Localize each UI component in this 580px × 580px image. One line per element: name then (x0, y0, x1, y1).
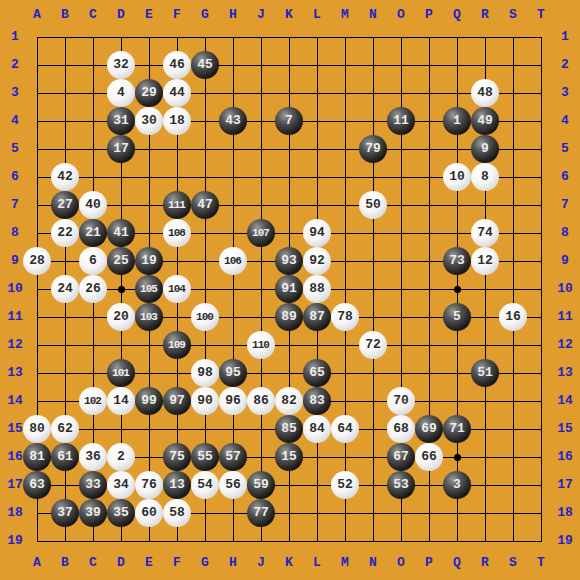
stone-white-16-S11[interactable]: 16 (499, 303, 527, 331)
col-label-top-F: F (163, 8, 191, 22)
row-label-right-7: 7 (551, 198, 579, 212)
stone-white-18-F4[interactable]: 18 (163, 107, 191, 135)
stone-white-42-B6[interactable]: 42 (51, 163, 79, 191)
stone-white-80-A15[interactable]: 80 (23, 415, 51, 443)
stone-black-79-N5[interactable]: 79 (359, 135, 387, 163)
stone-white-22-B8[interactable]: 22 (51, 219, 79, 247)
stone-white-66-P16[interactable]: 66 (415, 443, 443, 471)
stone-black-25-D9[interactable]: 25 (107, 247, 135, 275)
row-label-left-6: 6 (1, 170, 29, 184)
grid-vline-S (513, 37, 514, 542)
col-label-top-D: D (107, 8, 135, 22)
stone-black-55-G16[interactable]: 55 (191, 443, 219, 471)
col-label-top-A: A (23, 8, 51, 22)
row-label-right-6: 6 (551, 170, 579, 184)
star-point-D10 (118, 286, 125, 293)
stone-white-30-E4[interactable]: 30 (135, 107, 163, 135)
col-label-bottom-A: A (23, 556, 51, 570)
stone-black-95-H13[interactable]: 95 (219, 359, 247, 387)
col-label-top-B: B (51, 8, 79, 22)
stone-black-81-A16[interactable]: 81 (23, 443, 51, 471)
col-label-top-E: E (135, 8, 163, 22)
stone-white-68-O15[interactable]: 68 (387, 415, 415, 443)
row-label-right-15: 15 (551, 422, 579, 436)
stone-white-32-D2[interactable]: 32 (107, 51, 135, 79)
row-label-right-3: 3 (551, 86, 579, 100)
stone-black-27-B7[interactable]: 27 (51, 191, 79, 219)
stone-white-64-M15[interactable]: 64 (331, 415, 359, 443)
stone-black-13-F17[interactable]: 13 (163, 471, 191, 499)
stone-black-59-J17[interactable]: 59 (247, 471, 275, 499)
row-label-right-11: 11 (551, 310, 579, 324)
stone-white-20-D11[interactable]: 20 (107, 303, 135, 331)
stone-white-62-B15[interactable]: 62 (51, 415, 79, 443)
stone-white-98-G13[interactable]: 98 (191, 359, 219, 387)
col-label-top-R: R (471, 8, 499, 22)
stone-white-50-N7[interactable]: 50 (359, 191, 387, 219)
stone-black-107-J8[interactable]: 107 (247, 219, 275, 247)
stone-black-99-E14[interactable]: 99 (135, 387, 163, 415)
stone-white-92-L9[interactable]: 92 (303, 247, 331, 275)
row-label-left-4: 4 (1, 114, 29, 128)
col-label-bottom-M: M (331, 556, 359, 570)
stone-black-65-L13[interactable]: 65 (303, 359, 331, 387)
stone-white-82-K14[interactable]: 82 (275, 387, 303, 415)
stone-black-93-K9[interactable]: 93 (275, 247, 303, 275)
stone-black-5-Q11[interactable]: 5 (443, 303, 471, 331)
col-label-bottom-D: D (107, 556, 135, 570)
stone-white-90-G14[interactable]: 90 (191, 387, 219, 415)
row-label-left-14: 14 (1, 394, 29, 408)
row-label-right-4: 4 (551, 114, 579, 128)
stone-white-40-C7[interactable]: 40 (79, 191, 107, 219)
stone-white-36-C16[interactable]: 36 (79, 443, 107, 471)
stone-black-7-K4[interactable]: 7 (275, 107, 303, 135)
stone-black-31-D4[interactable]: 31 (107, 107, 135, 135)
col-label-bottom-T: T (527, 556, 555, 570)
stone-white-28-A9[interactable]: 28 (23, 247, 51, 275)
row-label-left-18: 18 (1, 506, 29, 520)
stone-black-111-F7[interactable]: 111 (163, 191, 191, 219)
col-label-bottom-P: P (415, 556, 443, 570)
stone-white-2-D16[interactable]: 2 (107, 443, 135, 471)
stone-black-37-B18[interactable]: 37 (51, 499, 79, 527)
row-label-left-3: 3 (1, 86, 29, 100)
col-label-top-L: L (303, 8, 331, 22)
row-label-left-12: 12 (1, 338, 29, 352)
grid-vline-T (541, 37, 542, 542)
stone-black-57-H16[interactable]: 57 (219, 443, 247, 471)
stone-white-88-L10[interactable]: 88 (303, 275, 331, 303)
stone-white-84-L15[interactable]: 84 (303, 415, 331, 443)
col-label-bottom-O: O (387, 556, 415, 570)
stone-black-87-L11[interactable]: 87 (303, 303, 331, 331)
stone-black-47-G7[interactable]: 47 (191, 191, 219, 219)
col-label-top-P: P (415, 8, 443, 22)
grid-hline-12 (37, 345, 542, 346)
stone-black-103-E11[interactable]: 103 (135, 303, 163, 331)
row-label-left-13: 13 (1, 366, 29, 380)
stone-black-19-E9[interactable]: 19 (135, 247, 163, 275)
stone-black-11-O4[interactable]: 11 (387, 107, 415, 135)
stone-black-45-G2[interactable]: 45 (191, 51, 219, 79)
stone-black-89-K11[interactable]: 89 (275, 303, 303, 331)
col-label-bottom-G: G (191, 556, 219, 570)
row-label-right-1: 1 (551, 30, 579, 44)
col-label-top-Q: Q (443, 8, 471, 22)
col-label-bottom-K: K (275, 556, 303, 570)
row-label-right-9: 9 (551, 254, 579, 268)
stone-white-72-N12[interactable]: 72 (359, 331, 387, 359)
stone-black-43-H4[interactable]: 43 (219, 107, 247, 135)
stone-black-63-A17[interactable]: 63 (23, 471, 51, 499)
stone-black-83-L14[interactable]: 83 (303, 387, 331, 415)
stone-black-21-C8[interactable]: 21 (79, 219, 107, 247)
star-point-Q10 (454, 286, 461, 293)
stone-black-71-Q15[interactable]: 71 (443, 415, 471, 443)
row-label-left-1: 1 (1, 30, 29, 44)
stone-black-51-R13[interactable]: 51 (471, 359, 499, 387)
stone-black-101-D13[interactable]: 101 (107, 359, 135, 387)
col-label-bottom-C: C (79, 556, 107, 570)
stone-black-17-D5[interactable]: 17 (107, 135, 135, 163)
stone-black-49-R4[interactable]: 49 (471, 107, 499, 135)
stone-white-52-M17[interactable]: 52 (331, 471, 359, 499)
row-label-left-11: 11 (1, 310, 29, 324)
col-label-bottom-E: E (135, 556, 163, 570)
row-label-left-8: 8 (1, 226, 29, 240)
grid-vline-M (345, 37, 346, 542)
col-label-top-H: H (219, 8, 247, 22)
stone-white-46-F2[interactable]: 46 (163, 51, 191, 79)
col-label-bottom-R: R (471, 556, 499, 570)
col-label-top-M: M (331, 8, 359, 22)
col-label-bottom-F: F (163, 556, 191, 570)
stone-white-86-J14[interactable]: 86 (247, 387, 275, 415)
stone-white-106-H9[interactable]: 106 (219, 247, 247, 275)
row-label-left-5: 5 (1, 142, 29, 156)
stone-white-76-E17[interactable]: 76 (135, 471, 163, 499)
grid-vline-N (373, 37, 374, 542)
col-label-top-S: S (499, 8, 527, 22)
col-label-bottom-S: S (499, 556, 527, 570)
row-label-right-16: 16 (551, 450, 579, 464)
stone-black-67-O16[interactable]: 67 (387, 443, 415, 471)
row-label-right-12: 12 (551, 338, 579, 352)
stone-white-60-E18[interactable]: 60 (135, 499, 163, 527)
stone-white-74-R8[interactable]: 74 (471, 219, 499, 247)
stone-black-77-J18[interactable]: 77 (247, 499, 275, 527)
row-label-right-5: 5 (551, 142, 579, 156)
stone-white-100-G11[interactable]: 100 (191, 303, 219, 331)
grid-hline-19 (37, 541, 542, 542)
stone-black-61-B16[interactable]: 61 (51, 443, 79, 471)
col-label-top-K: K (275, 8, 303, 22)
stone-black-109-F12[interactable]: 109 (163, 331, 191, 359)
row-label-left-2: 2 (1, 58, 29, 72)
col-label-bottom-N: N (359, 556, 387, 570)
stone-white-44-F3[interactable]: 44 (163, 79, 191, 107)
stone-black-3-Q17[interactable]: 3 (443, 471, 471, 499)
stone-black-97-F14[interactable]: 97 (163, 387, 191, 415)
stone-black-73-Q9[interactable]: 73 (443, 247, 471, 275)
stone-black-105-E10[interactable]: 105 (135, 275, 163, 303)
stone-white-108-F8[interactable]: 108 (163, 219, 191, 247)
row-label-right-8: 8 (551, 226, 579, 240)
stone-white-26-C10[interactable]: 26 (79, 275, 107, 303)
stone-black-41-D8[interactable]: 41 (107, 219, 135, 247)
go-board: ABCDEFGHJKLMNOPQRST ABCDEFGHJKLMNOPQRST … (0, 0, 580, 580)
stone-white-12-R9[interactable]: 12 (471, 247, 499, 275)
row-label-right-19: 19 (551, 534, 579, 548)
col-label-top-G: G (191, 8, 219, 22)
row-label-left-7: 7 (1, 198, 29, 212)
stone-white-56-H17[interactable]: 56 (219, 471, 247, 499)
stone-black-33-C17[interactable]: 33 (79, 471, 107, 499)
stone-black-15-K16[interactable]: 15 (275, 443, 303, 471)
star-point-Q16 (454, 454, 461, 461)
stone-black-75-F16[interactable]: 75 (163, 443, 191, 471)
row-label-right-13: 13 (551, 366, 579, 380)
row-label-right-2: 2 (551, 58, 579, 72)
stone-black-9-R5[interactable]: 9 (471, 135, 499, 163)
stone-black-91-K10[interactable]: 91 (275, 275, 303, 303)
col-label-bottom-B: B (51, 556, 79, 570)
stone-black-85-K15[interactable]: 85 (275, 415, 303, 443)
col-label-top-T: T (527, 8, 555, 22)
stone-white-58-F18[interactable]: 58 (163, 499, 191, 527)
stone-white-102-C14[interactable]: 102 (79, 387, 107, 415)
col-label-bottom-J: J (247, 556, 275, 570)
stone-white-96-H14[interactable]: 96 (219, 387, 247, 415)
stone-white-10-Q6[interactable]: 10 (443, 163, 471, 191)
col-label-top-J: J (247, 8, 275, 22)
stone-black-39-C18[interactable]: 39 (79, 499, 107, 527)
stone-white-34-D17[interactable]: 34 (107, 471, 135, 499)
col-label-bottom-Q: Q (443, 556, 471, 570)
stone-white-6-C9[interactable]: 6 (79, 247, 107, 275)
col-label-top-C: C (79, 8, 107, 22)
col-label-bottom-H: H (219, 556, 247, 570)
stone-white-94-L8[interactable]: 94 (303, 219, 331, 247)
row-label-right-10: 10 (551, 282, 579, 296)
row-label-left-19: 19 (1, 534, 29, 548)
stone-white-24-B10[interactable]: 24 (51, 275, 79, 303)
stone-white-4-D3[interactable]: 4 (107, 79, 135, 107)
row-label-right-17: 17 (551, 478, 579, 492)
row-label-right-18: 18 (551, 506, 579, 520)
row-label-left-10: 10 (1, 282, 29, 296)
stone-black-29-E3[interactable]: 29 (135, 79, 163, 107)
row-label-right-14: 14 (551, 394, 579, 408)
stone-black-69-P15[interactable]: 69 (415, 415, 443, 443)
stone-white-78-M11[interactable]: 78 (331, 303, 359, 331)
stone-white-110-J12[interactable]: 110 (247, 331, 275, 359)
stone-white-70-O14[interactable]: 70 (387, 387, 415, 415)
col-label-bottom-L: L (303, 556, 331, 570)
stone-white-54-G17[interactable]: 54 (191, 471, 219, 499)
stone-black-35-D18[interactable]: 35 (107, 499, 135, 527)
stone-black-53-O17[interactable]: 53 (387, 471, 415, 499)
col-label-top-O: O (387, 8, 415, 22)
col-label-top-N: N (359, 8, 387, 22)
stone-black-1-Q4[interactable]: 1 (443, 107, 471, 135)
stone-white-48-R3[interactable]: 48 (471, 79, 499, 107)
stone-white-104-F10[interactable]: 104 (163, 275, 191, 303)
stone-white-8-R6[interactable]: 8 (471, 163, 499, 191)
stone-white-14-D14[interactable]: 14 (107, 387, 135, 415)
